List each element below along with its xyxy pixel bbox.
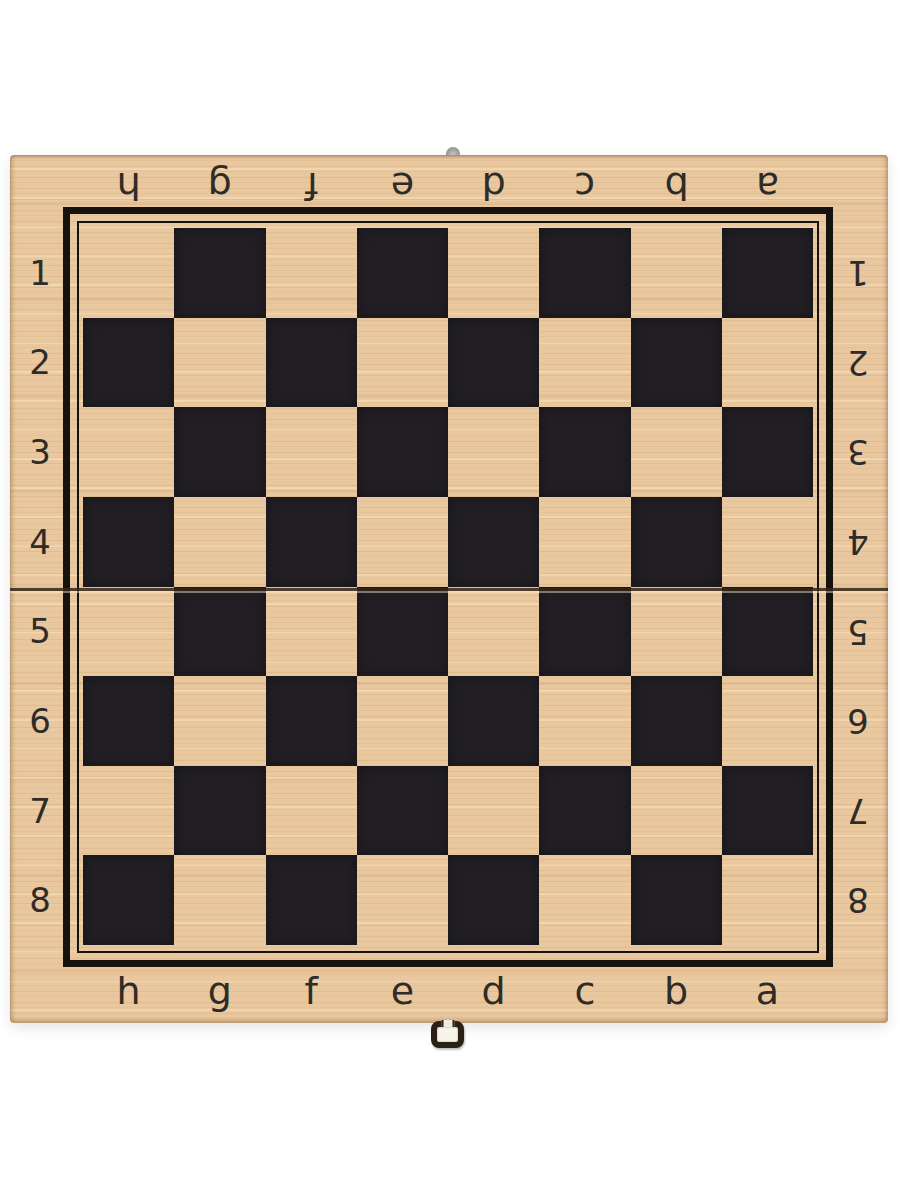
square-d8[interactable] (448, 855, 539, 945)
square-e2[interactable] (357, 318, 448, 408)
square-b5[interactable] (631, 587, 722, 677)
square-d2[interactable] (448, 318, 539, 408)
square-f1[interactable] (266, 228, 357, 318)
square-e4[interactable] (357, 497, 448, 587)
square-g7[interactable] (174, 766, 265, 856)
chess-board: hgfedcba hgfedcba 12345678 12345678 (10, 155, 888, 1023)
square-a2[interactable] (722, 318, 813, 408)
square-c3[interactable] (539, 407, 630, 497)
rank-labels-left: 12345678 (18, 228, 62, 945)
square-h1[interactable] (83, 228, 174, 318)
square-b1[interactable] (631, 228, 722, 318)
square-b2[interactable] (631, 318, 722, 408)
square-d5[interactable] (448, 587, 539, 677)
rank-left-label-8: 8 (18, 855, 62, 945)
square-d6[interactable] (448, 676, 539, 766)
square-a8[interactable] (722, 855, 813, 945)
file-top-label-a: a (722, 164, 813, 208)
square-d1[interactable] (448, 228, 539, 318)
square-h2[interactable] (83, 318, 174, 408)
square-f8[interactable] (266, 855, 357, 945)
square-a5[interactable] (722, 587, 813, 677)
square-f3[interactable] (266, 407, 357, 497)
file-bottom-label-c: c (539, 969, 630, 1013)
clasp-latch (431, 1021, 464, 1048)
rank-right-label-8: 8 (836, 855, 880, 945)
square-d3[interactable] (448, 407, 539, 497)
square-f5[interactable] (266, 587, 357, 677)
square-a1[interactable] (722, 228, 813, 318)
square-a7[interactable] (722, 766, 813, 856)
rank-left-label-4: 4 (18, 497, 62, 587)
rank-left-label-2: 2 (18, 318, 62, 408)
file-bottom-label-g: g (174, 969, 265, 1013)
rank-right-label-6: 6 (836, 676, 880, 766)
square-c2[interactable] (539, 318, 630, 408)
rank-right-label-7: 7 (836, 766, 880, 856)
square-f2[interactable] (266, 318, 357, 408)
rank-labels-right: 12345678 (836, 228, 880, 945)
file-top-label-g: g (174, 164, 265, 208)
square-h5[interactable] (83, 587, 174, 677)
rank-right-label-5: 5 (836, 587, 880, 677)
square-e8[interactable] (357, 855, 448, 945)
square-e5[interactable] (357, 587, 448, 677)
file-top-label-b: b (631, 164, 722, 208)
rank-right-label-1: 1 (836, 228, 880, 318)
file-top-label-h: h (83, 164, 174, 208)
rank-left-label-5: 5 (18, 587, 62, 677)
square-h8[interactable] (83, 855, 174, 945)
file-bottom-label-h: h (83, 969, 174, 1013)
square-h6[interactable] (83, 676, 174, 766)
square-g8[interactable] (174, 855, 265, 945)
square-g5[interactable] (174, 587, 265, 677)
clasp-latch-notch (441, 1020, 454, 1027)
square-c7[interactable] (539, 766, 630, 856)
square-c6[interactable] (539, 676, 630, 766)
square-b7[interactable] (631, 766, 722, 856)
square-c5[interactable] (539, 587, 630, 677)
file-labels-bottom: hgfedcba (83, 969, 813, 1013)
square-f7[interactable] (266, 766, 357, 856)
square-g1[interactable] (174, 228, 265, 318)
rank-left-label-7: 7 (18, 766, 62, 856)
board-grid (83, 228, 813, 945)
rank-left-label-1: 1 (18, 228, 62, 318)
square-c1[interactable] (539, 228, 630, 318)
square-b4[interactable] (631, 497, 722, 587)
square-c8[interactable] (539, 855, 630, 945)
square-g6[interactable] (174, 676, 265, 766)
hinge-pin (446, 147, 460, 155)
rank-left-label-6: 6 (18, 676, 62, 766)
file-bottom-label-f: f (266, 969, 357, 1013)
square-h7[interactable] (83, 766, 174, 856)
square-d4[interactable] (448, 497, 539, 587)
square-a3[interactable] (722, 407, 813, 497)
rank-left-label-3: 3 (18, 407, 62, 497)
file-bottom-label-d: d (448, 969, 539, 1013)
square-e1[interactable] (357, 228, 448, 318)
square-b3[interactable] (631, 407, 722, 497)
square-g3[interactable] (174, 407, 265, 497)
rank-right-label-2: 2 (836, 318, 880, 408)
square-e6[interactable] (357, 676, 448, 766)
square-b8[interactable] (631, 855, 722, 945)
square-b6[interactable] (631, 676, 722, 766)
square-h3[interactable] (83, 407, 174, 497)
file-top-label-d: d (448, 164, 539, 208)
square-c4[interactable] (539, 497, 630, 587)
square-e3[interactable] (357, 407, 448, 497)
square-a4[interactable] (722, 497, 813, 587)
file-top-label-e: e (357, 164, 448, 208)
square-g4[interactable] (174, 497, 265, 587)
file-top-label-c: c (539, 164, 630, 208)
file-bottom-label-e: e (357, 969, 448, 1013)
square-d7[interactable] (448, 766, 539, 856)
rank-right-label-4: 4 (836, 497, 880, 587)
square-a6[interactable] (722, 676, 813, 766)
square-h4[interactable] (83, 497, 174, 587)
file-bottom-label-a: a (722, 969, 813, 1013)
file-top-label-f: f (266, 164, 357, 208)
square-f4[interactable] (266, 497, 357, 587)
square-g2[interactable] (174, 318, 265, 408)
rank-right-label-3: 3 (836, 407, 880, 497)
square-f6[interactable] (266, 676, 357, 766)
square-e7[interactable] (357, 766, 448, 856)
file-labels-top: hgfedcba (83, 164, 813, 208)
file-bottom-label-b: b (631, 969, 722, 1013)
